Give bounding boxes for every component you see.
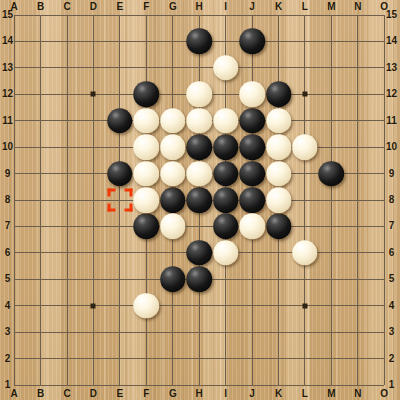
black-stone (213, 134, 239, 160)
coord-label-left: 9 (5, 169, 11, 179)
coord-label-top: K (275, 2, 282, 12)
coord-label-left: 6 (5, 248, 11, 258)
coord-label-bottom: I (224, 389, 227, 399)
white-stone (160, 108, 186, 134)
grid-line-horizontal (14, 332, 384, 333)
coord-label-left: 14 (2, 36, 13, 46)
black-stone (186, 267, 212, 293)
black-stone (160, 187, 186, 213)
coord-label-right: 5 (389, 274, 395, 284)
coord-label-bottom: F (143, 389, 149, 399)
grid-line-horizontal (14, 305, 384, 306)
coord-label-bottom: B (37, 389, 44, 399)
black-stone (239, 108, 265, 134)
coord-label-top: E (117, 2, 124, 12)
white-stone (213, 55, 239, 81)
black-stone (239, 187, 265, 213)
coord-label-left: 12 (2, 89, 13, 99)
white-stone (266, 108, 292, 134)
coord-label-right: 14 (386, 36, 397, 46)
coord-label-left: 15 (2, 10, 13, 20)
coord-label-right: 1 (389, 380, 395, 390)
white-stone (160, 134, 186, 160)
white-stone (213, 240, 239, 266)
black-stone (107, 161, 133, 187)
selection-marker (107, 189, 132, 212)
white-stone (134, 161, 160, 187)
black-stone (160, 267, 186, 293)
coord-label-right: 3 (389, 327, 395, 337)
coord-label-left: 2 (5, 354, 11, 364)
black-stone (186, 29, 212, 55)
coord-label-left: 5 (5, 274, 11, 284)
coord-label-left: 3 (5, 327, 11, 337)
grid-line-vertical (304, 15, 305, 385)
coord-label-bottom: M (327, 389, 335, 399)
coord-label-left: 1 (5, 380, 11, 390)
coord-label-right: 13 (386, 63, 397, 73)
coord-label-right: 2 (389, 354, 395, 364)
coord-label-top: J (249, 2, 255, 12)
coord-label-right: 6 (389, 248, 395, 258)
black-stone (239, 161, 265, 187)
white-stone (134, 187, 160, 213)
white-stone (134, 293, 160, 319)
black-stone (213, 161, 239, 187)
gomoku-board[interactable]: AABBCCDDEEFFGGHHIIJJKKLLMMNNOO1515141413… (0, 0, 400, 400)
coord-label-left: 4 (5, 301, 11, 311)
black-stone (266, 214, 292, 240)
grid-line-vertical (331, 15, 332, 385)
coord-label-right: 15 (386, 10, 397, 20)
white-stone (239, 214, 265, 240)
marker-corner-bl (107, 204, 115, 212)
white-stone (160, 161, 186, 187)
coord-label-bottom: H (196, 389, 203, 399)
coord-label-top: M (327, 2, 335, 12)
grid-line-vertical (357, 15, 358, 385)
white-stone (266, 187, 292, 213)
white-stone (266, 134, 292, 160)
black-stone (186, 134, 212, 160)
white-stone (266, 161, 292, 187)
white-stone (134, 108, 160, 134)
coord-label-bottom: L (302, 389, 308, 399)
white-stone (239, 82, 265, 108)
black-stone (134, 82, 160, 108)
white-stone (186, 161, 212, 187)
black-stone (213, 214, 239, 240)
coord-label-top: G (169, 2, 177, 12)
coord-label-left: 7 (5, 221, 11, 231)
black-stone (186, 187, 212, 213)
black-stone (266, 82, 292, 108)
black-stone (239, 29, 265, 55)
star-point (91, 303, 96, 308)
coord-label-left: 10 (2, 142, 13, 152)
coord-label-left: 13 (2, 63, 13, 73)
coord-label-bottom: K (275, 389, 282, 399)
coord-label-left: 11 (2, 116, 13, 126)
coord-label-bottom: J (249, 389, 255, 399)
white-stone (134, 134, 160, 160)
star-point (302, 303, 307, 308)
coord-label-top: B (37, 2, 44, 12)
black-stone (107, 108, 133, 134)
star-point (91, 92, 96, 97)
black-stone (186, 240, 212, 266)
coord-label-top: C (63, 2, 70, 12)
star-point (302, 92, 307, 97)
white-stone (292, 134, 318, 160)
marker-corner-br (124, 204, 132, 212)
coord-label-right: 7 (389, 221, 395, 231)
black-stone (213, 187, 239, 213)
white-stone (160, 214, 186, 240)
coord-label-top: F (143, 2, 149, 12)
coord-label-bottom: N (354, 389, 361, 399)
white-stone (292, 240, 318, 266)
coord-label-top: H (196, 2, 203, 12)
grid-line-horizontal (14, 226, 384, 227)
coord-label-bottom: C (63, 389, 70, 399)
white-stone (213, 108, 239, 134)
coord-label-top: D (90, 2, 97, 12)
marker-corner-tr (124, 189, 132, 197)
coord-label-top: L (302, 2, 308, 12)
white-stone (186, 82, 212, 108)
black-stone (239, 134, 265, 160)
coord-label-bottom: D (90, 389, 97, 399)
coord-label-right: 10 (386, 142, 397, 152)
coord-label-right: 12 (386, 89, 397, 99)
coord-label-bottom: A (11, 389, 18, 399)
black-stone (134, 214, 160, 240)
coord-label-right: 8 (389, 195, 395, 205)
grid-line-horizontal (14, 385, 384, 386)
coord-label-right: 9 (389, 169, 395, 179)
white-stone (186, 108, 212, 134)
coord-label-top: I (224, 2, 227, 12)
marker-corner-tl (107, 189, 115, 197)
grid-line-horizontal (14, 358, 384, 359)
black-stone (319, 161, 345, 187)
coord-label-bottom: O (380, 389, 388, 399)
coord-label-right: 4 (389, 301, 395, 311)
coord-label-bottom: G (169, 389, 177, 399)
coord-label-bottom: E (117, 389, 124, 399)
coord-label-top: N (354, 2, 361, 12)
coord-label-left: 8 (5, 195, 11, 205)
grid-line-vertical (384, 15, 385, 385)
coord-label-right: 11 (386, 116, 397, 126)
